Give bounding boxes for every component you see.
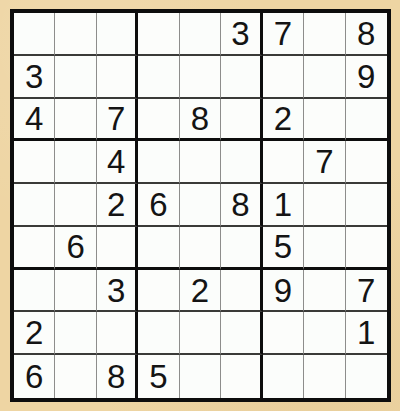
- given-digit: 7: [107, 102, 125, 135]
- sudoku-cell-r1c4[interactable]: [138, 13, 179, 56]
- given-digit: 3: [231, 17, 249, 50]
- given-digit: 7: [357, 274, 375, 307]
- sudoku-cell-r3c1[interactable]: 4: [14, 99, 55, 142]
- sudoku-cell-r3c4[interactable]: [138, 99, 179, 142]
- sudoku-cell-r9c7[interactable]: [263, 355, 304, 398]
- sudoku-board: 37839478247268165329721685: [10, 9, 391, 402]
- sudoku-cell-r5c3[interactable]: 2: [97, 184, 138, 227]
- sudoku-cell-r1c7[interactable]: 7: [263, 13, 304, 56]
- given-digit: 7: [315, 145, 333, 178]
- sudoku-cell-r7c5[interactable]: 2: [180, 270, 221, 313]
- sudoku-cell-r5c7[interactable]: 1: [263, 184, 304, 227]
- sudoku-cell-r7c7[interactable]: 9: [263, 270, 304, 313]
- sudoku-cell-r7c4[interactable]: [138, 270, 179, 313]
- sudoku-cell-r6c3[interactable]: [97, 227, 138, 270]
- given-digit: 8: [231, 188, 249, 221]
- sudoku-cell-r9c8[interactable]: [304, 355, 345, 398]
- sudoku-cell-r3c2[interactable]: [55, 99, 96, 142]
- sudoku-cell-r1c6[interactable]: 3: [221, 13, 262, 56]
- sudoku-cell-r4c1[interactable]: [14, 141, 55, 184]
- sudoku-cell-r8c8[interactable]: [304, 312, 345, 355]
- sudoku-cell-r6c8[interactable]: [304, 227, 345, 270]
- sudoku-cell-r3c8[interactable]: [304, 99, 345, 142]
- sudoku-cell-r4c8[interactable]: 7: [304, 141, 345, 184]
- sudoku-cell-r6c1[interactable]: [14, 227, 55, 270]
- given-digit: 9: [357, 60, 375, 93]
- given-digit: 8: [357, 17, 375, 50]
- sudoku-cell-r5c6[interactable]: 8: [221, 184, 262, 227]
- sudoku-cell-r9c2[interactable]: [55, 355, 96, 398]
- sudoku-cell-r4c6[interactable]: [221, 141, 262, 184]
- sudoku-cell-r6c4[interactable]: [138, 227, 179, 270]
- sudoku-cell-r8c7[interactable]: [263, 312, 304, 355]
- sudoku-cell-r9c5[interactable]: [180, 355, 221, 398]
- given-digit: 3: [25, 60, 43, 93]
- sudoku-cell-r9c6[interactable]: [221, 355, 262, 398]
- sudoku-cell-r1c1[interactable]: [14, 13, 55, 56]
- given-digit: 6: [66, 230, 84, 263]
- sudoku-cell-r5c2[interactable]: [55, 184, 96, 227]
- sudoku-cell-r8c4[interactable]: [138, 312, 179, 355]
- sudoku-cell-r1c8[interactable]: [304, 13, 345, 56]
- given-digit: 6: [25, 360, 43, 393]
- sudoku-cell-r4c2[interactable]: [55, 141, 96, 184]
- scanned-puzzle-page: { "game": "sudoku", "board": { "rows": 9…: [0, 0, 400, 411]
- sudoku-cell-r8c3[interactable]: [97, 312, 138, 355]
- sudoku-cell-r3c3[interactable]: 7: [97, 99, 138, 142]
- given-digit: 2: [191, 274, 209, 307]
- sudoku-cell-r3c7[interactable]: 2: [263, 99, 304, 142]
- sudoku-cell-r2c5[interactable]: [180, 56, 221, 99]
- given-digit: 2: [274, 102, 292, 135]
- given-digit: 6: [149, 188, 167, 221]
- sudoku-cell-r8c1[interactable]: 2: [14, 312, 55, 355]
- sudoku-cell-r7c9[interactable]: 7: [346, 270, 387, 313]
- given-digit: 2: [25, 316, 43, 349]
- given-digit: 4: [107, 145, 125, 178]
- sudoku-cell-r7c1[interactable]: [14, 270, 55, 313]
- sudoku-cell-r5c1[interactable]: [14, 184, 55, 227]
- sudoku-cell-r1c3[interactable]: [97, 13, 138, 56]
- given-digit: 1: [357, 316, 375, 349]
- sudoku-cell-r8c9[interactable]: 1: [346, 312, 387, 355]
- sudoku-cell-r9c4[interactable]: 5: [138, 355, 179, 398]
- sudoku-cell-r6c7[interactable]: 5: [263, 227, 304, 270]
- given-digit: 7: [274, 17, 292, 50]
- sudoku-cell-r6c9[interactable]: [346, 227, 387, 270]
- sudoku-cell-r1c2[interactable]: [55, 13, 96, 56]
- sudoku-cell-r2c6[interactable]: [221, 56, 262, 99]
- given-digit: 5: [274, 230, 292, 263]
- sudoku-cell-r8c6[interactable]: [221, 312, 262, 355]
- sudoku-cell-r6c5[interactable]: [180, 227, 221, 270]
- sudoku-cell-r5c8[interactable]: [304, 184, 345, 227]
- sudoku-cell-r2c3[interactable]: [97, 56, 138, 99]
- sudoku-cell-r2c7[interactable]: [263, 56, 304, 99]
- sudoku-cell-r4c5[interactable]: [180, 141, 221, 184]
- given-digit: 3: [107, 274, 125, 307]
- sudoku-cell-r3c9[interactable]: [346, 99, 387, 142]
- sudoku-cell-r4c7[interactable]: [263, 141, 304, 184]
- sudoku-cell-r8c5[interactable]: [180, 312, 221, 355]
- sudoku-cell-r9c1[interactable]: 6: [14, 355, 55, 398]
- sudoku-cell-r7c6[interactable]: [221, 270, 262, 313]
- sudoku-cell-r2c1[interactable]: 3: [14, 56, 55, 99]
- sudoku-cell-r5c5[interactable]: [180, 184, 221, 227]
- given-digit: 4: [25, 102, 43, 135]
- given-digit: 8: [191, 102, 209, 135]
- sudoku-cell-r9c9[interactable]: [346, 355, 387, 398]
- given-digit: 9: [274, 274, 292, 307]
- sudoku-cell-r4c9[interactable]: [346, 141, 387, 184]
- sudoku-cell-r5c9[interactable]: [346, 184, 387, 227]
- sudoku-cell-r3c5[interactable]: 8: [180, 99, 221, 142]
- sudoku-cell-r2c4[interactable]: [138, 56, 179, 99]
- sudoku-cell-r6c2[interactable]: 6: [55, 227, 96, 270]
- sudoku-cell-r1c9[interactable]: 8: [346, 13, 387, 56]
- sudoku-cell-r7c3[interactable]: 3: [97, 270, 138, 313]
- sudoku-cell-r3c6[interactable]: [221, 99, 262, 142]
- sudoku-cell-r6c6[interactable]: [221, 227, 262, 270]
- sudoku-cell-r2c2[interactable]: [55, 56, 96, 99]
- sudoku-cell-r1c5[interactable]: [180, 13, 221, 56]
- sudoku-cell-r7c8[interactable]: [304, 270, 345, 313]
- sudoku-cell-r9c3[interactable]: 8: [97, 355, 138, 398]
- sudoku-cell-r7c2[interactable]: [55, 270, 96, 313]
- sudoku-cell-r2c9[interactable]: 9: [346, 56, 387, 99]
- sudoku-cell-r5c4[interactable]: 6: [138, 184, 179, 227]
- given-digit: 8: [107, 360, 125, 393]
- sudoku-cell-r2c8[interactable]: [304, 56, 345, 99]
- given-digit: 5: [149, 360, 167, 393]
- sudoku-cell-r4c3[interactable]: 4: [97, 141, 138, 184]
- sudoku-cell-r4c4[interactable]: [138, 141, 179, 184]
- given-digit: 2: [107, 188, 125, 221]
- given-digit: 1: [274, 188, 292, 221]
- sudoku-cell-r8c2[interactable]: [55, 312, 96, 355]
